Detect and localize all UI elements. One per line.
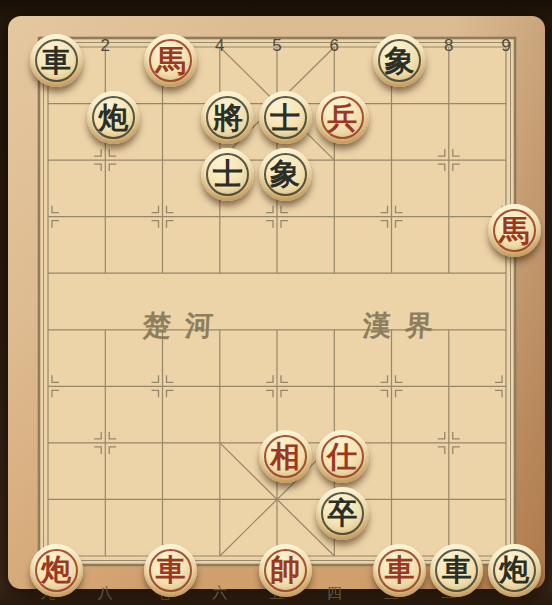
piece-black-將[interactable]: 將 [201, 91, 254, 144]
piece-red-仕[interactable]: 仕 [316, 430, 369, 483]
piece-glyph: 馬 [499, 216, 529, 246]
piece-glyph: 仕 [327, 442, 357, 472]
xiangqi-board: 123456789 九八七六五四三二一 楚河 漢界 車馬象炮將士兵士象馬相仕卒炮… [8, 16, 545, 589]
piece-glyph: 將 [213, 103, 243, 133]
piece-glyph: 象 [385, 46, 415, 76]
piece-red-兵[interactable]: 兵 [316, 91, 369, 144]
piece-red-車[interactable]: 車 [144, 544, 197, 597]
piece-glyph: 車 [156, 555, 186, 585]
piece-black-炮[interactable]: 炮 [87, 91, 140, 144]
piece-glyph: 卒 [327, 498, 357, 528]
piece-glyph: 馬 [156, 46, 186, 76]
piece-black-車[interactable]: 車 [30, 34, 83, 87]
piece-black-炮[interactable]: 炮 [488, 544, 541, 597]
piece-black-卒[interactable]: 卒 [316, 487, 369, 540]
piece-black-士[interactable]: 士 [259, 91, 312, 144]
piece-glyph: 炮 [499, 555, 529, 585]
piece-red-車[interactable]: 車 [373, 544, 426, 597]
piece-black-士[interactable]: 士 [201, 148, 254, 201]
piece-glyph: 炮 [98, 103, 128, 133]
pieces-grid: 車馬象炮將士兵士象馬相仕卒炮車帥車車炮 [27, 35, 542, 601]
piece-black-象[interactable]: 象 [373, 34, 426, 87]
piece-glyph: 士 [213, 159, 243, 189]
piece-glyph: 炮 [41, 555, 71, 585]
piece-red-相[interactable]: 相 [259, 430, 312, 483]
piece-black-象[interactable]: 象 [259, 148, 312, 201]
piece-glyph: 車 [385, 555, 415, 585]
piece-glyph: 車 [41, 46, 71, 76]
piece-red-炮[interactable]: 炮 [30, 544, 83, 597]
piece-glyph: 象 [270, 159, 300, 189]
piece-red-帥[interactable]: 帥 [259, 544, 312, 597]
piece-glyph: 帥 [270, 555, 300, 585]
piece-red-馬[interactable]: 馬 [488, 204, 541, 257]
piece-red-馬[interactable]: 馬 [144, 34, 197, 87]
piece-glyph: 相 [270, 442, 300, 472]
piece-black-車[interactable]: 車 [430, 544, 483, 597]
piece-glyph: 兵 [327, 103, 357, 133]
piece-glyph: 車 [442, 555, 472, 585]
piece-glyph: 士 [270, 103, 300, 133]
